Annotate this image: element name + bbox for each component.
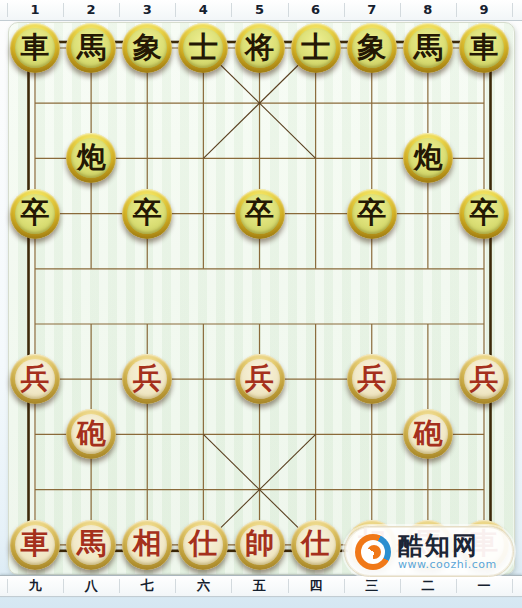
piece-glyph: 帥: [245, 529, 274, 558]
file-label-top: 6: [301, 2, 331, 18]
label-separator: [456, 579, 457, 593]
label-separator: [400, 3, 401, 17]
label-separator: [344, 3, 345, 17]
piece-glyph: 象: [357, 33, 386, 62]
watermark-site-name: 酷知网: [398, 533, 497, 558]
piece-glyph: 仕: [189, 529, 218, 558]
piece-red-soldier[interactable]: 兵: [459, 354, 509, 404]
piece-glyph: 将: [245, 33, 274, 62]
piece-red-advisor[interactable]: 仕: [291, 520, 341, 570]
piece-black-soldier[interactable]: 卒: [235, 189, 285, 239]
label-separator: [175, 579, 176, 593]
piece-black-general[interactable]: 将: [235, 23, 285, 73]
file-label-bottom: 八: [76, 578, 106, 594]
piece-face: 仕: [183, 525, 223, 565]
xiangqi-screenshot: 123456789 車馬象士将士象馬車炮炮卒卒卒卒卒兵兵兵兵兵砲砲車馬相仕帥仕相…: [0, 0, 522, 608]
label-separator: [288, 579, 289, 593]
label-separator: [7, 3, 8, 17]
piece-glyph: 卒: [357, 198, 386, 227]
piece-face: 卒: [352, 194, 392, 234]
piece-face: 車: [464, 28, 504, 68]
label-separator: [119, 3, 120, 17]
piece-glyph: 炮: [413, 143, 442, 172]
piece-black-advisor[interactable]: 士: [291, 23, 341, 73]
piece-glyph: 兵: [357, 364, 386, 393]
piece-glyph: 馬: [77, 33, 106, 62]
piece-glyph: 卒: [470, 198, 499, 227]
label-separator: [512, 579, 513, 593]
piece-glyph: 卒: [245, 198, 274, 227]
file-label-top: 8: [413, 2, 443, 18]
piece-black-elephant[interactable]: 象: [122, 23, 172, 73]
file-label-top: 5: [245, 2, 275, 18]
board-grid-lines: [0, 0, 522, 608]
piece-glyph: 相: [133, 529, 162, 558]
piece-face: 卒: [240, 194, 280, 234]
file-label-bottom: 六: [188, 578, 218, 594]
piece-face: 仕: [296, 525, 336, 565]
piece-black-soldier[interactable]: 卒: [10, 189, 60, 239]
file-label-top: 3: [132, 2, 162, 18]
file-label-top: 2: [76, 2, 106, 18]
piece-face: 兵: [352, 359, 392, 399]
piece-glyph: 兵: [21, 364, 50, 393]
piece-glyph: 砲: [413, 419, 442, 448]
piece-glyph: 卒: [21, 198, 50, 227]
file-label-bottom: 五: [245, 578, 275, 594]
piece-red-advisor[interactable]: 仕: [178, 520, 228, 570]
piece-face: 卒: [464, 194, 504, 234]
piece-glyph: 象: [133, 33, 162, 62]
piece-glyph: 馬: [413, 33, 442, 62]
piece-glyph: 卒: [133, 198, 162, 227]
label-separator: [231, 579, 232, 593]
piece-glyph: 士: [189, 33, 218, 62]
label-separator: [175, 3, 176, 17]
piece-face: 砲: [71, 414, 111, 454]
piece-black-elephant[interactable]: 象: [347, 23, 397, 73]
piece-glyph: 車: [470, 33, 499, 62]
piece-face: 炮: [408, 138, 448, 178]
piece-red-soldier[interactable]: 兵: [347, 354, 397, 404]
watermark-url: www.coozhi.com: [398, 559, 497, 571]
file-label-top: 1: [20, 2, 50, 18]
piece-glyph: 士: [301, 33, 330, 62]
piece-glyph: 馬: [77, 529, 106, 558]
piece-red-soldier[interactable]: 兵: [10, 354, 60, 404]
piece-face: 兵: [15, 359, 55, 399]
piece-black-horse[interactable]: 馬: [403, 23, 453, 73]
piece-red-cannon[interactable]: 砲: [403, 409, 453, 459]
piece-face: 兵: [240, 359, 280, 399]
watermark-badge: 酷知网 www.coozhi.com: [344, 526, 514, 577]
piece-face: 兵: [464, 359, 504, 399]
piece-face: 車: [15, 28, 55, 68]
file-label-bottom: 九: [20, 578, 50, 594]
piece-red-horse[interactable]: 馬: [66, 520, 116, 570]
piece-glyph: 炮: [77, 143, 106, 172]
piece-face: 象: [127, 28, 167, 68]
label-separator: [344, 579, 345, 593]
file-label-top: 4: [188, 2, 218, 18]
piece-black-soldier[interactable]: 卒: [122, 189, 172, 239]
piece-glyph: 仕: [301, 529, 330, 558]
file-label-bottom: 二: [413, 578, 443, 594]
piece-red-chariot[interactable]: 車: [10, 520, 60, 570]
label-separator: [512, 3, 513, 17]
piece-face: 馬: [71, 28, 111, 68]
label-separator: [456, 3, 457, 17]
file-label-top: 9: [469, 2, 499, 18]
piece-face: 卒: [15, 194, 55, 234]
piece-face: 砲: [408, 414, 448, 454]
bottom-coordinate-bar: 九八七六五四三二一: [0, 575, 522, 597]
label-separator: [63, 579, 64, 593]
piece-face: 兵: [127, 359, 167, 399]
piece-face: 士: [183, 28, 223, 68]
piece-black-soldier[interactable]: 卒: [347, 189, 397, 239]
piece-glyph: 兵: [470, 364, 499, 393]
file-label-bottom: 三: [357, 578, 387, 594]
label-separator: [288, 3, 289, 17]
piece-black-cannon[interactable]: 炮: [403, 133, 453, 183]
label-separator: [231, 3, 232, 17]
piece-face: 象: [352, 28, 392, 68]
piece-glyph: 車: [21, 33, 50, 62]
piece-face: 卒: [127, 194, 167, 234]
file-label-bottom: 四: [301, 578, 331, 594]
label-separator: [63, 3, 64, 17]
label-separator: [7, 579, 8, 593]
coozhi-logo-icon: [355, 534, 391, 570]
piece-red-general[interactable]: 帥: [235, 520, 285, 570]
piece-red-elephant[interactable]: 相: [122, 520, 172, 570]
piece-black-chariot[interactable]: 車: [10, 23, 60, 73]
label-separator: [400, 579, 401, 593]
file-label-bottom: 七: [132, 578, 162, 594]
piece-black-horse[interactable]: 馬: [66, 23, 116, 73]
piece-face: 相: [127, 525, 167, 565]
piece-black-chariot[interactable]: 車: [459, 23, 509, 73]
piece-face: 車: [15, 525, 55, 565]
piece-face: 馬: [71, 525, 111, 565]
piece-glyph: 兵: [245, 364, 274, 393]
piece-face: 帥: [240, 525, 280, 565]
top-coordinate-bar: 123456789: [0, 0, 522, 21]
file-label-bottom: 一: [469, 578, 499, 594]
label-separator: [119, 579, 120, 593]
file-label-top: 7: [357, 2, 387, 18]
piece-glyph: 兵: [133, 364, 162, 393]
piece-red-soldier[interactable]: 兵: [235, 354, 285, 404]
piece-face: 将: [240, 28, 280, 68]
piece-glyph: 車: [21, 529, 50, 558]
piece-glyph: 砲: [77, 419, 106, 448]
piece-face: 炮: [71, 138, 111, 178]
piece-black-soldier[interactable]: 卒: [459, 189, 509, 239]
piece-face: 士: [296, 28, 336, 68]
piece-face: 馬: [408, 28, 448, 68]
